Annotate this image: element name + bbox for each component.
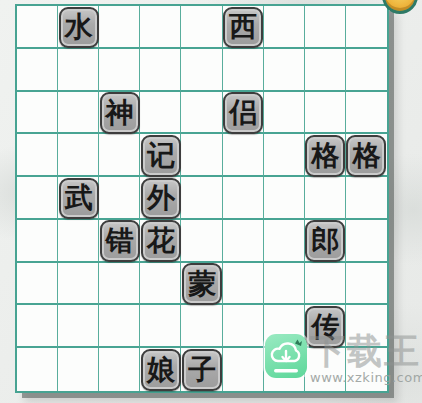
cloud-download-icon <box>265 334 307 378</box>
character-tile[interactable]: 蒙 <box>182 263 222 305</box>
board-cell <box>99 177 140 220</box>
board-cell <box>17 177 58 220</box>
board-cell <box>17 49 58 92</box>
board-cell <box>99 305 140 348</box>
character-tile[interactable]: 侣 <box>223 92 263 134</box>
board-cell <box>58 92 99 135</box>
board-cell <box>223 305 264 348</box>
watermark-brand: 下载王 <box>310 334 422 369</box>
board-cell <box>264 6 305 49</box>
board-cell <box>17 220 58 263</box>
character-tile[interactable]: 水 <box>59 7 99 49</box>
character-tile[interactable]: 错 <box>100 220 140 262</box>
board-cell <box>305 92 346 135</box>
board-cell <box>346 177 387 220</box>
character-tile[interactable]: 武 <box>59 178 99 220</box>
character-tile[interactable]: 格 <box>305 135 345 177</box>
board-cell <box>140 6 181 49</box>
board-cell <box>305 263 346 306</box>
character-tile[interactable]: 记 <box>141 135 181 177</box>
board-cell <box>264 134 305 177</box>
board-cell <box>58 220 99 263</box>
board-cell <box>140 263 181 306</box>
character-tile[interactable]: 花 <box>141 220 181 262</box>
board-cell <box>58 305 99 348</box>
board-cell <box>17 305 58 348</box>
board-cell <box>181 92 222 135</box>
board-cell <box>223 220 264 263</box>
board-cell <box>181 305 222 348</box>
board-cell <box>264 263 305 306</box>
board-cell <box>346 92 387 135</box>
board-cell <box>223 348 264 391</box>
board-cell <box>346 220 387 263</box>
board-cell <box>305 177 346 220</box>
board-cell <box>264 177 305 220</box>
character-tile[interactable]: 娘 <box>141 349 181 391</box>
board-cell <box>305 49 346 92</box>
board-cell <box>223 177 264 220</box>
board-cell <box>346 6 387 49</box>
board-cell <box>17 348 58 391</box>
board-cell <box>181 6 222 49</box>
board-cell <box>305 6 346 49</box>
board-cell <box>346 263 387 306</box>
board-cell <box>223 49 264 92</box>
board-cell <box>58 263 99 306</box>
board-cell <box>58 134 99 177</box>
board-cell <box>264 220 305 263</box>
board-cell <box>99 263 140 306</box>
watermark-url: www.xzking.com <box>310 370 422 385</box>
board-cell <box>223 263 264 306</box>
character-tile[interactable]: 格 <box>346 135 386 177</box>
board-cell <box>99 348 140 391</box>
board-cell <box>99 49 140 92</box>
board-cell <box>17 263 58 306</box>
board-cell <box>264 49 305 92</box>
board-cell <box>181 220 222 263</box>
character-tile[interactable]: 子 <box>182 349 222 391</box>
board-cell <box>264 92 305 135</box>
board-cell <box>58 348 99 391</box>
watermark: 下载王 www.xzking.com <box>265 334 422 385</box>
character-tile[interactable]: 外 <box>141 178 181 220</box>
character-tile[interactable]: 郎 <box>305 220 345 262</box>
game-screen: 水西神侣记格格武外错花郎蒙传娘子 下载王 www.xzking.com <box>0 0 422 403</box>
board-cell <box>140 49 181 92</box>
board-cell <box>140 305 181 348</box>
board-cell <box>223 134 264 177</box>
board-cell <box>181 49 222 92</box>
board-cell <box>17 92 58 135</box>
board-cell <box>346 49 387 92</box>
board-cell <box>99 6 140 49</box>
board-cell <box>140 92 181 135</box>
board-cell <box>181 177 222 220</box>
board-cell <box>181 134 222 177</box>
board-cell <box>17 134 58 177</box>
board-cell <box>99 134 140 177</box>
character-tile[interactable]: 神 <box>100 92 140 134</box>
character-tile[interactable]: 西 <box>223 7 263 49</box>
board-cell <box>58 49 99 92</box>
board-cell <box>17 6 58 49</box>
